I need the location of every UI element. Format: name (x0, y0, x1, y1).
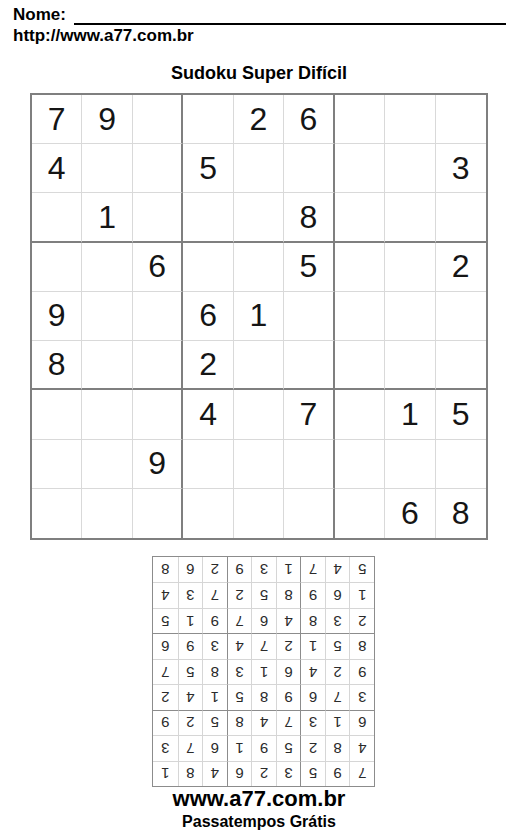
sudoku-cell[interactable] (32, 193, 82, 242)
sudoku-cell[interactable]: 6 (284, 95, 334, 144)
solution-cell: 8 (227, 710, 252, 735)
sudoku-cell[interactable] (436, 440, 486, 489)
solution-cell: 5 (202, 710, 227, 735)
sudoku-cell[interactable] (133, 390, 183, 439)
sudoku-cell[interactable]: 8 (436, 489, 486, 538)
solution-cell: 4 (202, 761, 227, 786)
solution-cell: 9 (325, 761, 350, 786)
solution-cell: 1 (325, 710, 350, 735)
solution-cell: 7 (178, 735, 203, 760)
sudoku-cell[interactable] (183, 243, 233, 292)
solution-cell: 6 (227, 761, 252, 786)
solution-cell: 8 (178, 761, 203, 786)
sudoku-cell[interactable] (385, 95, 435, 144)
sudoku-cell[interactable]: 7 (284, 390, 334, 439)
solution-cell: 8 (300, 608, 325, 633)
solution-cell: 4 (276, 608, 301, 633)
solution-cell: 5 (325, 633, 350, 658)
solution-cell: 2 (325, 659, 350, 684)
solution-cell: 2 (300, 735, 325, 760)
solution-cell: 3 (325, 608, 350, 633)
solution-cell: 5 (300, 761, 325, 786)
solution-cell: 1 (251, 659, 276, 684)
solution-cell: 2 (251, 761, 276, 786)
sudoku-cell[interactable] (335, 193, 385, 242)
solution-cell: 6 (178, 557, 203, 582)
solution-cell: 8 (251, 684, 276, 709)
solution-cell: 1 (349, 582, 374, 607)
name-underline[interactable] (74, 5, 506, 25)
sudoku-cell[interactable] (183, 95, 233, 144)
sudoku-cell[interactable] (82, 440, 132, 489)
sudoku-cell[interactable] (385, 144, 435, 193)
solution-grid: 7953264814825916736137485293769851429246… (152, 556, 375, 787)
solution-cell: 4 (153, 582, 178, 607)
page-title: Sudoku Super Difícil (0, 63, 518, 84)
solution-cell: 9 (227, 557, 252, 582)
solution-cell: 5 (251, 582, 276, 607)
solution-cell: 6 (153, 633, 178, 658)
solution-cell: 1 (276, 557, 301, 582)
solution-cell: 6 (276, 659, 301, 684)
solution-cell: 4 (178, 684, 203, 709)
solution-cell: 7 (202, 582, 227, 607)
sudoku-cell[interactable] (335, 390, 385, 439)
sudoku-cell[interactable] (133, 144, 183, 193)
sudoku-cell[interactable] (385, 292, 435, 341)
sudoku-cell[interactable] (335, 144, 385, 193)
solution-cell: 9 (300, 582, 325, 607)
sudoku-cell[interactable]: 4 (183, 390, 233, 439)
sudoku-cell[interactable]: 2 (183, 341, 233, 390)
sudoku-cell[interactable] (385, 440, 435, 489)
sudoku-cell[interactable] (436, 193, 486, 242)
sudoku-cell[interactable] (284, 489, 334, 538)
solution-cell: 1 (300, 633, 325, 658)
solution-cell: 1 (178, 608, 203, 633)
sudoku-cell[interactable]: 1 (385, 390, 435, 439)
solution-cell: 6 (349, 710, 374, 735)
sudoku-cell[interactable] (234, 440, 284, 489)
sudoku-cell[interactable]: 3 (436, 144, 486, 193)
sudoku-cell[interactable] (284, 440, 334, 489)
solution-cell: 2 (227, 582, 252, 607)
solution-cell: 9 (153, 710, 178, 735)
solution-cell: 7 (300, 557, 325, 582)
sudoku-cell[interactable] (82, 341, 132, 390)
solution-cell: 4 (251, 710, 276, 735)
sudoku-cell[interactable] (284, 144, 334, 193)
sudoku-cell[interactable] (82, 390, 132, 439)
sudoku-cell[interactable] (335, 243, 385, 292)
sudoku-cell[interactable]: 9 (133, 440, 183, 489)
solution-cell: 3 (276, 761, 301, 786)
sudoku-cell[interactable] (385, 341, 435, 390)
sudoku-cell[interactable]: 7 (32, 95, 82, 144)
sudoku-cell[interactable]: 6 (385, 489, 435, 538)
solution-cell: 2 (178, 710, 203, 735)
solution-cell: 6 (325, 582, 350, 607)
sudoku-cell[interactable] (133, 95, 183, 144)
solution-cell: 5 (276, 735, 301, 760)
sudoku-cell[interactable]: 5 (183, 144, 233, 193)
sudoku-cell[interactable] (82, 243, 132, 292)
sudoku-cell[interactable]: 9 (82, 95, 132, 144)
sudoku-cell[interactable] (183, 489, 233, 538)
sudoku-cell[interactable] (436, 95, 486, 144)
solution-cell: 7 (325, 684, 350, 709)
solution-cell: 6 (300, 684, 325, 709)
solution-cell: 6 (251, 608, 276, 633)
footer-tagline: Passatempos Grátis (0, 813, 518, 831)
sudoku-cell[interactable] (183, 440, 233, 489)
solution-cell: 9 (349, 659, 374, 684)
solution-cell: 2 (349, 608, 374, 633)
solution-cell: 4 (300, 659, 325, 684)
sudoku-cell[interactable] (234, 193, 284, 242)
sudoku-cell[interactable] (32, 390, 82, 439)
sudoku-cell[interactable]: 6 (133, 243, 183, 292)
solution-cell: 3 (202, 633, 227, 658)
solution-cell: 4 (325, 557, 350, 582)
solution-cell: 7 (276, 710, 301, 735)
footer-site: www.a77.com.br (0, 786, 518, 812)
sudoku-cell[interactable] (32, 243, 82, 292)
solution-cell: 3 (300, 710, 325, 735)
sudoku-cell[interactable] (335, 341, 385, 390)
solution-cell: 6 (202, 735, 227, 760)
solution-cell: 3 (178, 582, 203, 607)
sudoku-cell[interactable] (32, 489, 82, 538)
name-label: Nome: (13, 5, 66, 25)
solution-cell: 9 (178, 633, 203, 658)
sudoku-cell[interactable]: 4 (32, 144, 82, 193)
solution-cell: 8 (202, 659, 227, 684)
sudoku-cell[interactable]: 2 (234, 95, 284, 144)
solution-cell: 8 (153, 557, 178, 582)
solution-cell: 7 (227, 608, 252, 633)
solution-cell: 8 (325, 735, 350, 760)
solution-cell: 4 (349, 735, 374, 760)
sudoku-cell[interactable]: 9 (32, 292, 82, 341)
sudoku-cell[interactable]: 8 (284, 193, 334, 242)
sudoku-cell[interactable] (133, 489, 183, 538)
sudoku-cell[interactable]: 8 (32, 341, 82, 390)
sudoku-cell[interactable] (385, 193, 435, 242)
sudoku-cell[interactable] (284, 292, 334, 341)
solution-cell: 3 (251, 557, 276, 582)
name-row: Nome: (13, 5, 506, 25)
solution-cell: 5 (349, 557, 374, 582)
sudoku-cell[interactable] (436, 292, 486, 341)
sudoku-cell[interactable]: 1 (82, 193, 132, 242)
sudoku-cell[interactable] (234, 341, 284, 390)
solution-cell: 3 (153, 735, 178, 760)
sudoku-cell[interactable] (82, 292, 132, 341)
sudoku-cell[interactable] (335, 95, 385, 144)
sudoku-cell[interactable] (284, 341, 334, 390)
sudoku-cell[interactable]: 5 (436, 390, 486, 439)
solution-cell: 3 (227, 659, 252, 684)
sudoku-cell[interactable]: 5 (284, 243, 334, 292)
sudoku-cell[interactable] (335, 292, 385, 341)
sudoku-cell[interactable] (32, 440, 82, 489)
solution-cell: 7 (349, 761, 374, 786)
solution-cell: 1 (202, 684, 227, 709)
sudoku-cell[interactable] (234, 489, 284, 538)
sudoku-cell[interactable] (234, 243, 284, 292)
site-url: http://www.a77.com.br (13, 26, 194, 46)
sudoku-cell[interactable] (82, 489, 132, 538)
sudoku-cell[interactable] (183, 193, 233, 242)
sudoku-cell[interactable] (335, 489, 385, 538)
sudoku-cell[interactable] (385, 243, 435, 292)
solution-cell: 5 (153, 608, 178, 633)
sudoku-cell[interactable] (133, 341, 183, 390)
sudoku-cell[interactable]: 2 (436, 243, 486, 292)
solution-cell: 5 (178, 659, 203, 684)
sudoku-cell[interactable] (82, 144, 132, 193)
solution-cell: 9 (202, 608, 227, 633)
solution-cell: 2 (202, 557, 227, 582)
solution-cell: 8 (349, 633, 374, 658)
solution-cell: 2 (276, 633, 301, 658)
solution-cell: 8 (276, 582, 301, 607)
sudoku-cell[interactable]: 6 (183, 292, 233, 341)
sudoku-cell[interactable] (234, 144, 284, 193)
solution-cell: 4 (227, 633, 252, 658)
sudoku-cell[interactable] (436, 341, 486, 390)
solution-cell: 7 (153, 659, 178, 684)
sudoku-cell[interactable]: 1 (234, 292, 284, 341)
sudoku-grid: 792645318652961824715968 (30, 93, 488, 540)
sudoku-cell[interactable] (234, 390, 284, 439)
sudoku-cell[interactable] (133, 193, 183, 242)
solution-cell: 1 (227, 735, 252, 760)
solution-cell: 2 (153, 684, 178, 709)
solution-cell: 7 (251, 633, 276, 658)
solution-cell: 9 (276, 684, 301, 709)
solution-cell: 3 (349, 684, 374, 709)
sudoku-cell[interactable] (133, 292, 183, 341)
solution-cell: 5 (227, 684, 252, 709)
solution-cell: 9 (251, 735, 276, 760)
sudoku-cell[interactable] (335, 440, 385, 489)
solution-cell: 1 (153, 761, 178, 786)
